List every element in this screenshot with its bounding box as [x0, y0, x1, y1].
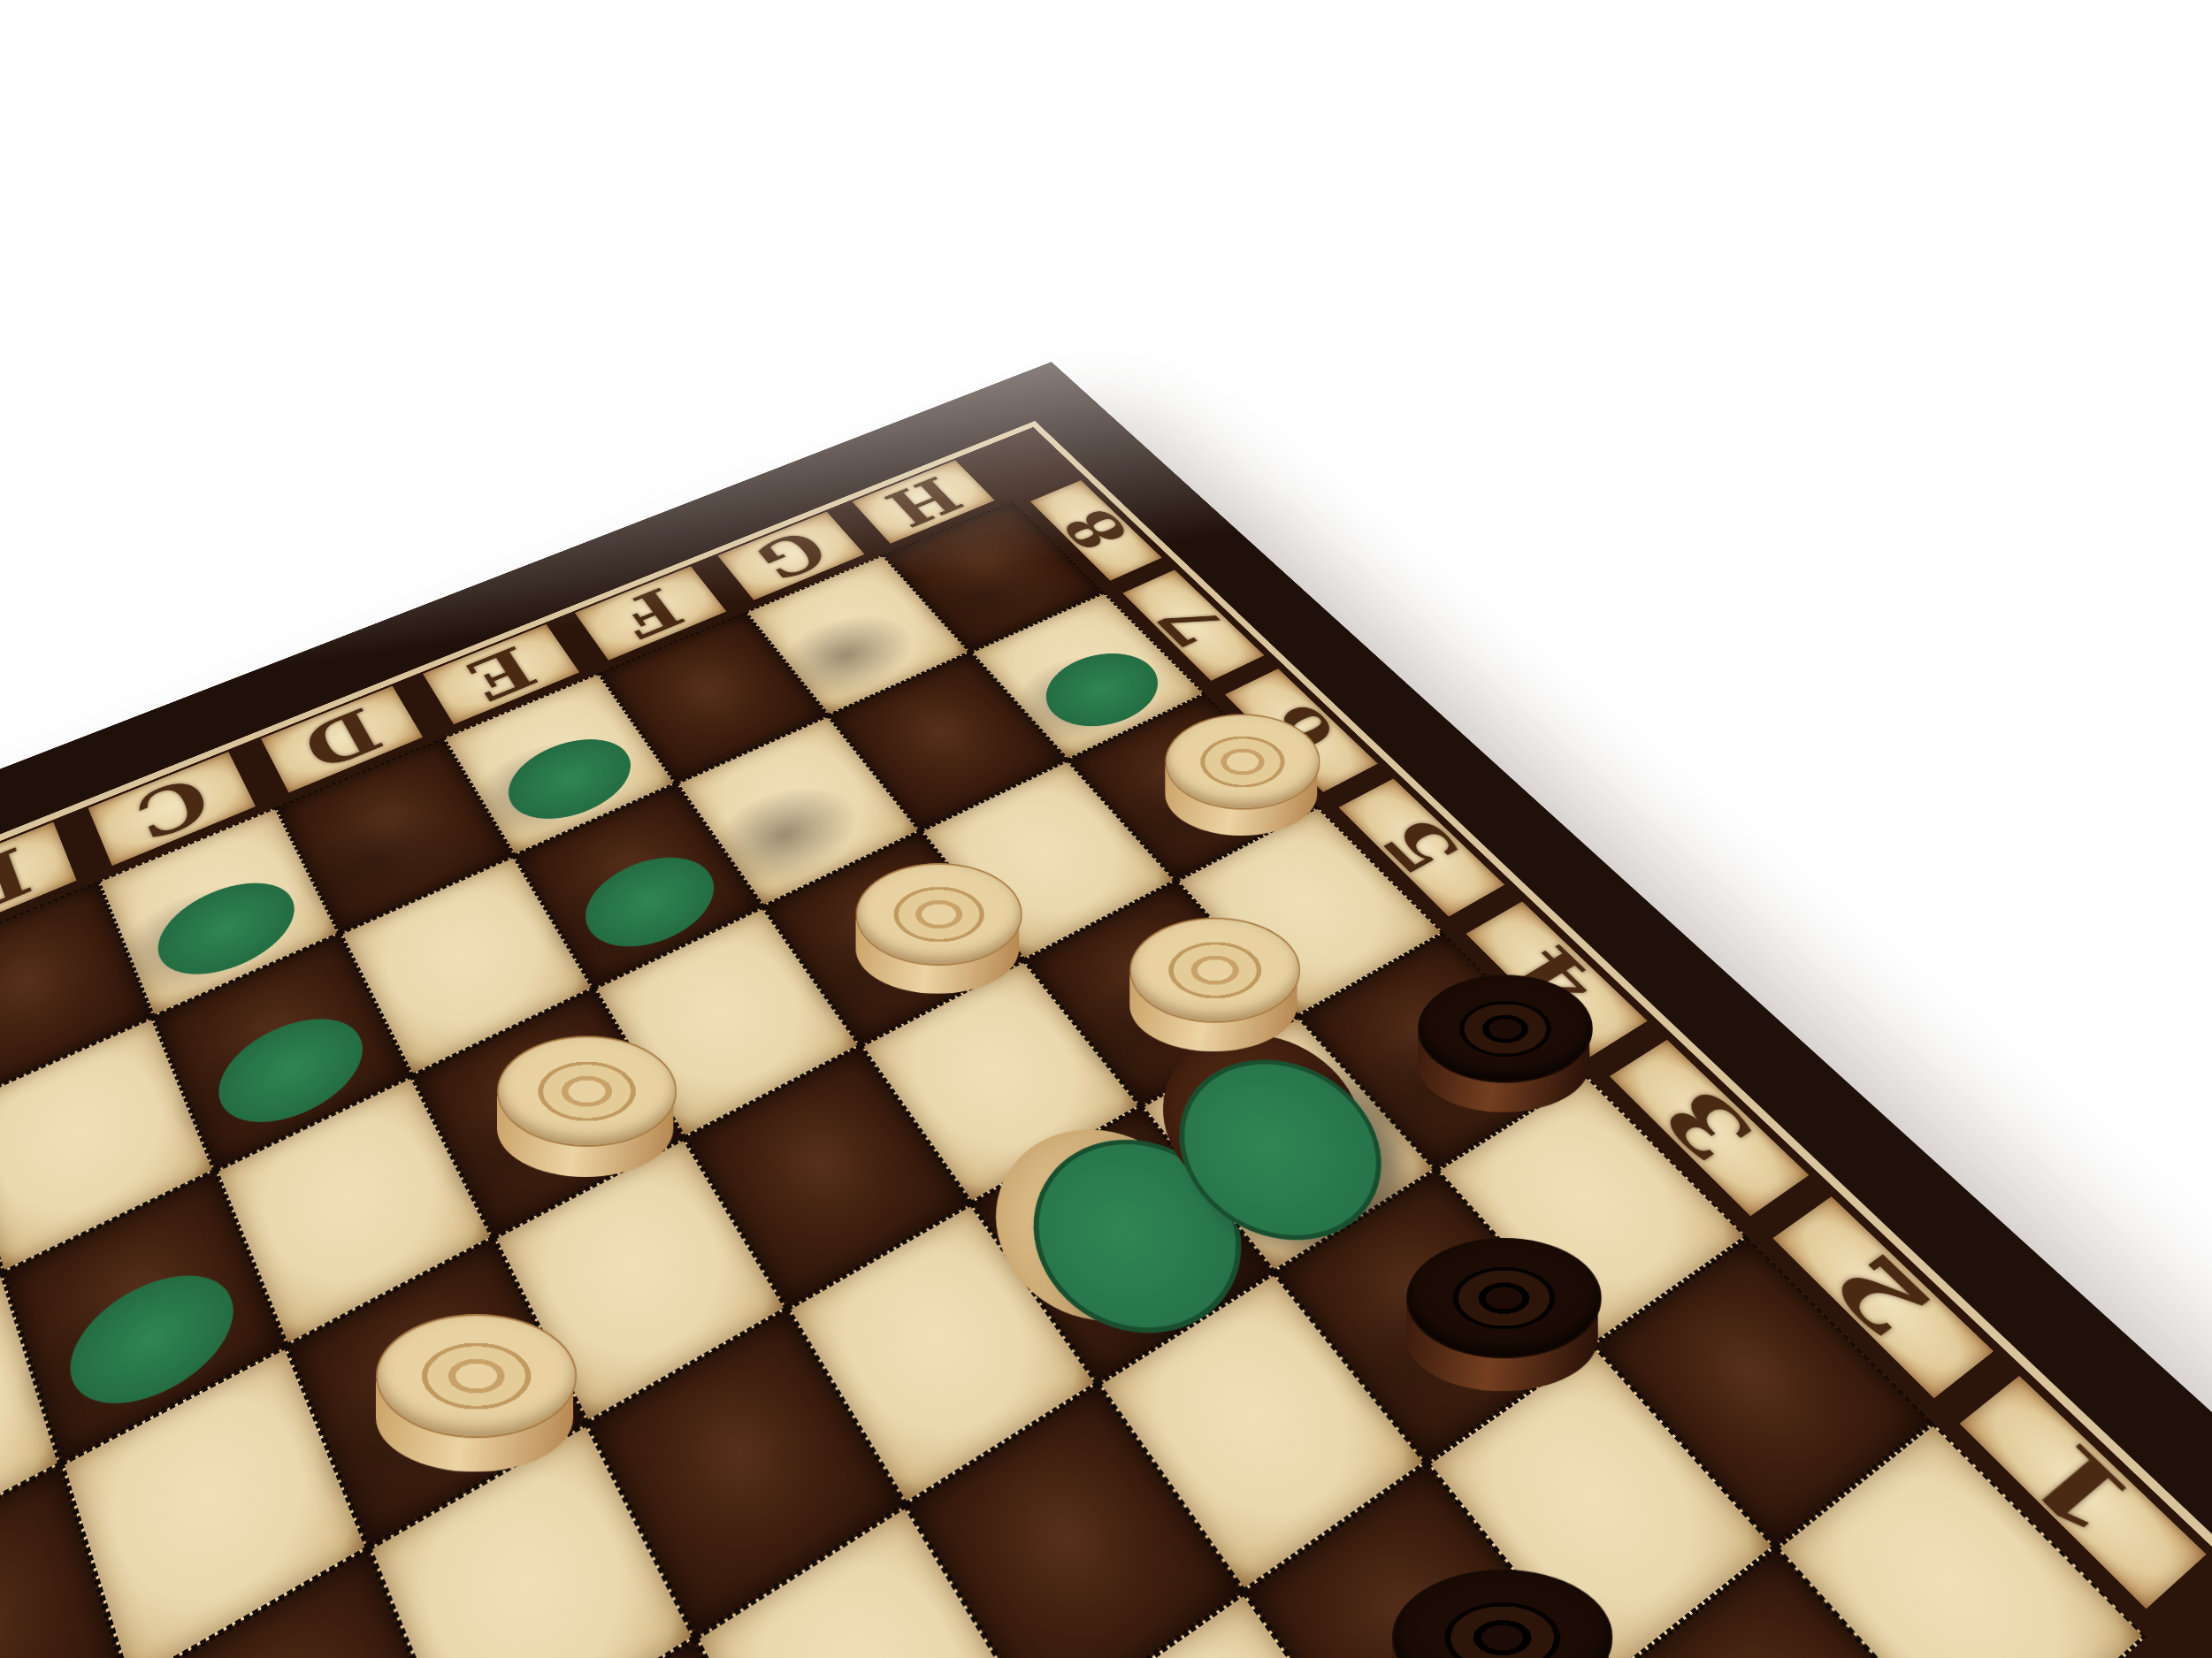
light-checker-body — [376, 1314, 573, 1471]
photo-background: ABCDEFGH♚♛♝♞♜8♟♟♟♟7♟654321 — [0, 0, 2212, 1658]
square-e5[interactable] — [685, 1046, 972, 1309]
white-pawn-glyph: ♟ — [45, 1123, 299, 1392]
frame-rank-label-cell: 2 — [1748, 1176, 2020, 1422]
checker-top-rings — [1406, 1238, 1602, 1358]
board-scene: ABCDEFGH♚♛♝♞♜8♟♟♟♟7♟654321 — [0, 0, 2212, 1658]
checker-top-rings — [376, 1314, 577, 1438]
light-checker-body — [1129, 918, 1297, 1051]
dark-checker-body — [1392, 1570, 1609, 1658]
light-checker-body — [497, 1036, 673, 1178]
white-pawn-glyph: ♟ — [197, 872, 425, 1112]
checker-top-rings — [497, 1036, 677, 1147]
rank-label-2: 2 — [1810, 1235, 1951, 1355]
dark-checker-body — [1406, 1238, 1598, 1391]
light-checker-body — [856, 863, 1020, 994]
checker-top-rings — [856, 863, 1022, 966]
checker-top-rings — [1392, 1570, 1613, 1658]
square-b6[interactable]: ♟ — [3, 1171, 287, 1464]
white-pawn-glyph: ♟ — [570, 715, 781, 939]
checker-top-rings — [1129, 918, 1300, 1023]
game-board: ABCDEFGH♚♛♝♞♜8♟♟♟♟7♟654321 — [0, 362, 2212, 1658]
